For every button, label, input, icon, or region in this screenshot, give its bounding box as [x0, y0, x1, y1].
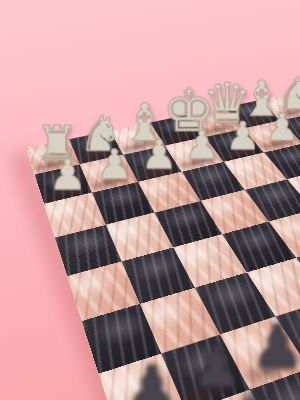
knight-glyph: ♞ [79, 109, 123, 158]
piece-shadow [270, 106, 300, 121]
scene: ♜♞♝♚♛♝♞♜♟♟♟♟♟♟♟♟♟♟♟♟♟♟♟♟♜♞♝♚♛♝♞♜ [0, 0, 300, 400]
piece-white-rook-h1: ♜ [34, 119, 80, 167]
chess-board: ♜♞♝♚♛♝♞♜♟♟♟♟♟♟♟♟♟♟♟♟♟♟♟♟♜♞♝♚♛♝♞♜ [26, 86, 300, 400]
photo-stage: ♜♞♝♚♛♝♞♜♟♟♟♟♟♟♟♟♟♟♟♟♟♟♟♟♜♞♝♚♛♝♞♜ [0, 0, 300, 400]
square-b1: ♞ [260, 93, 300, 121]
piece-shadow [106, 393, 179, 400]
piece-white-king-e1: ♚ [162, 81, 205, 140]
